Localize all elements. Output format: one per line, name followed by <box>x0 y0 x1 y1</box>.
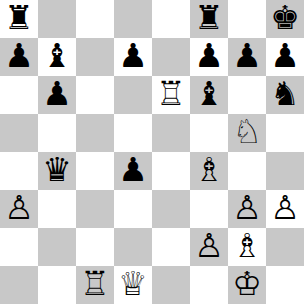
square-d7[interactable]: ♟ <box>114 38 152 76</box>
square-e5[interactable] <box>152 114 190 152</box>
white-knight-piece: ♘ <box>232 114 262 151</box>
square-h5[interactable] <box>266 114 304 152</box>
square-b3[interactable] <box>38 190 76 228</box>
white-pawn-piece: ♙ <box>4 190 34 227</box>
square-f7[interactable]: ♟ <box>190 38 228 76</box>
square-d1[interactable]: ♕ <box>114 266 152 304</box>
square-d5[interactable] <box>114 114 152 152</box>
black-pawn-piece: ♟ <box>270 38 300 75</box>
square-e7[interactable] <box>152 38 190 76</box>
square-b7[interactable]: ♝ <box>38 38 76 76</box>
white-bishop-piece: ♗ <box>194 152 224 189</box>
square-a8[interactable]: ♜ <box>0 0 38 38</box>
square-a5[interactable] <box>0 114 38 152</box>
square-a3[interactable]: ♙ <box>0 190 38 228</box>
square-c3[interactable] <box>76 190 114 228</box>
black-knight-piece: ♞ <box>270 76 300 113</box>
black-bishop-piece: ♝ <box>194 76 224 113</box>
square-e2[interactable] <box>152 228 190 266</box>
square-c7[interactable] <box>76 38 114 76</box>
square-b8[interactable] <box>38 0 76 38</box>
white-pawn-piece: ♙ <box>232 190 262 227</box>
white-queen-piece: ♕ <box>118 266 148 303</box>
white-bishop-piece: ♗ <box>232 228 262 265</box>
square-d3[interactable] <box>114 190 152 228</box>
square-h3[interactable]: ♙ <box>266 190 304 228</box>
square-a6[interactable] <box>0 76 38 114</box>
black-bishop-piece: ♝ <box>42 38 72 75</box>
white-rook-piece: ♖ <box>80 266 110 303</box>
white-rook-piece: ♖ <box>156 76 186 113</box>
square-c6[interactable] <box>76 76 114 114</box>
black-pawn-piece: ♟ <box>118 152 148 189</box>
square-b4[interactable]: ♛ <box>38 152 76 190</box>
square-f5[interactable] <box>190 114 228 152</box>
square-a1[interactable] <box>0 266 38 304</box>
square-d6[interactable] <box>114 76 152 114</box>
square-f3[interactable] <box>190 190 228 228</box>
square-d2[interactable] <box>114 228 152 266</box>
square-c5[interactable] <box>76 114 114 152</box>
black-queen-piece: ♛ <box>42 152 72 189</box>
square-h4[interactable] <box>266 152 304 190</box>
square-d4[interactable]: ♟ <box>114 152 152 190</box>
black-pawn-piece: ♟ <box>4 38 34 75</box>
square-h7[interactable]: ♟ <box>266 38 304 76</box>
square-e6[interactable]: ♖ <box>152 76 190 114</box>
square-c8[interactable] <box>76 0 114 38</box>
square-g1[interactable]: ♔ <box>228 266 266 304</box>
square-f2[interactable]: ♙ <box>190 228 228 266</box>
black-king-piece: ♚ <box>270 0 300 37</box>
square-g3[interactable]: ♙ <box>228 190 266 228</box>
black-pawn-piece: ♟ <box>194 38 224 75</box>
square-g2[interactable]: ♗ <box>228 228 266 266</box>
black-pawn-piece: ♟ <box>232 38 262 75</box>
square-a2[interactable] <box>0 228 38 266</box>
square-g5[interactable]: ♘ <box>228 114 266 152</box>
square-g7[interactable]: ♟ <box>228 38 266 76</box>
square-b6[interactable]: ♟ <box>38 76 76 114</box>
square-h6[interactable]: ♞ <box>266 76 304 114</box>
black-rook-piece: ♜ <box>194 0 224 37</box>
square-g6[interactable] <box>228 76 266 114</box>
white-king-piece: ♔ <box>232 266 262 303</box>
square-f1[interactable] <box>190 266 228 304</box>
white-pawn-piece: ♙ <box>194 228 224 265</box>
white-pawn-piece: ♙ <box>270 190 300 227</box>
square-f6[interactable]: ♝ <box>190 76 228 114</box>
square-c2[interactable] <box>76 228 114 266</box>
black-pawn-piece: ♟ <box>118 38 148 75</box>
chess-board: ♜♜♚♟♝♟♟♟♟♟♖♝♞♘♛♟♗♙♙♙♙♗♖♕♔ <box>0 0 304 304</box>
square-g4[interactable] <box>228 152 266 190</box>
square-d8[interactable] <box>114 0 152 38</box>
square-h1[interactable] <box>266 266 304 304</box>
square-h8[interactable]: ♚ <box>266 0 304 38</box>
square-h2[interactable] <box>266 228 304 266</box>
square-g8[interactable] <box>228 0 266 38</box>
square-f8[interactable]: ♜ <box>190 0 228 38</box>
square-b2[interactable] <box>38 228 76 266</box>
black-rook-piece: ♜ <box>4 0 34 37</box>
square-c4[interactable] <box>76 152 114 190</box>
square-b1[interactable] <box>38 266 76 304</box>
square-a7[interactable]: ♟ <box>0 38 38 76</box>
square-b5[interactable] <box>38 114 76 152</box>
square-c1[interactable]: ♖ <box>76 266 114 304</box>
square-f4[interactable]: ♗ <box>190 152 228 190</box>
square-e4[interactable] <box>152 152 190 190</box>
square-e3[interactable] <box>152 190 190 228</box>
square-e8[interactable] <box>152 0 190 38</box>
black-pawn-piece: ♟ <box>42 76 72 113</box>
square-e1[interactable] <box>152 266 190 304</box>
square-a4[interactable] <box>0 152 38 190</box>
